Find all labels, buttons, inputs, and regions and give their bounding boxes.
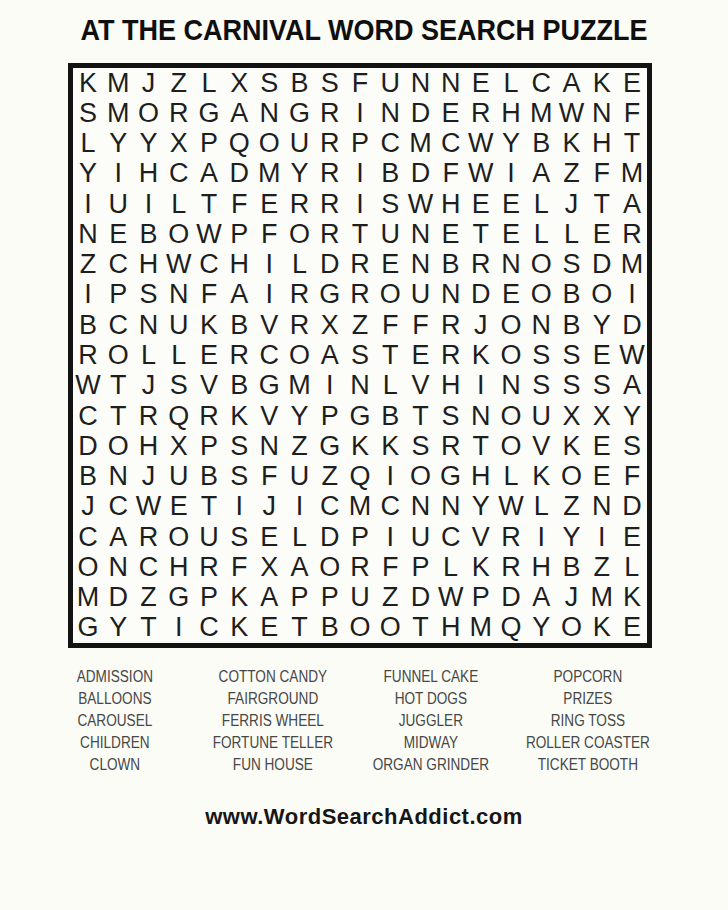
grid-cell: W xyxy=(164,250,194,280)
grid-cell: A xyxy=(315,340,345,370)
grid-cell: B xyxy=(73,310,103,340)
grid-cell: Q xyxy=(224,129,254,159)
grid-cell: Z xyxy=(73,250,103,280)
grid-cell: N xyxy=(254,98,284,128)
grid-cell: Z xyxy=(587,552,617,582)
grid-cell: M xyxy=(405,129,435,159)
grid-cell: H xyxy=(224,250,254,280)
grid-cell: I xyxy=(375,461,405,491)
grid-cell: X xyxy=(556,401,586,431)
grid-cell: F xyxy=(345,68,375,98)
grid-cell: M xyxy=(345,492,375,522)
grid-cell: L xyxy=(164,189,194,219)
grid-cell: W xyxy=(466,159,496,189)
grid-cell: V xyxy=(526,431,556,461)
grid-cell: M xyxy=(103,98,133,128)
grid-cell: T xyxy=(617,129,647,159)
grid-cell: S xyxy=(436,401,466,431)
grid-cell: U xyxy=(164,310,194,340)
grid-cell: M xyxy=(103,68,133,98)
grid-cell: E xyxy=(496,280,526,310)
grid-cell: R xyxy=(496,552,526,582)
grid-cell: L xyxy=(526,219,556,249)
word-item: FERRIS WHEEL xyxy=(206,710,340,732)
grid-cell: K xyxy=(224,401,254,431)
grid-cell: C xyxy=(436,129,466,159)
grid-cell: A xyxy=(284,552,314,582)
grid-cell: I xyxy=(224,492,254,522)
grid-cell: E xyxy=(617,522,647,552)
grid-cell: D xyxy=(466,280,496,310)
grid-cell: K xyxy=(73,68,103,98)
grid-cell: C xyxy=(73,401,103,431)
grid-cell: R xyxy=(466,98,496,128)
grid-cell: I xyxy=(254,280,284,310)
grid-cell: O xyxy=(526,280,556,310)
grid-cell: D xyxy=(315,250,345,280)
word-item: RING TOSS xyxy=(521,710,655,732)
grid-cell: Z xyxy=(375,582,405,612)
grid-cell: O xyxy=(315,552,345,582)
grid-cell: A xyxy=(103,522,133,552)
grid-cell: B xyxy=(556,552,586,582)
grid-cell: N xyxy=(103,552,133,582)
grid-cell: O xyxy=(496,401,526,431)
grid-cell: T xyxy=(587,189,617,219)
grid-cell: A xyxy=(617,189,647,219)
grid-cell: P xyxy=(103,280,133,310)
grid-cell: Z xyxy=(133,582,163,612)
grid-cell: S xyxy=(224,461,254,491)
grid-cell: B xyxy=(73,461,103,491)
grid-cell: D xyxy=(224,159,254,189)
grid-cell: W xyxy=(496,492,526,522)
grid-cell: U xyxy=(345,582,375,612)
grid-cell: S xyxy=(73,98,103,128)
grid-cell: B xyxy=(224,310,254,340)
grid-cell: U xyxy=(284,129,314,159)
grid-cell: P xyxy=(315,401,345,431)
grid-cell: Y xyxy=(496,129,526,159)
grid-cell: O xyxy=(496,340,526,370)
grid-cell: U xyxy=(164,461,194,491)
grid-cell: I xyxy=(587,522,617,552)
grid-cell: C xyxy=(194,250,224,280)
grid-cell: C xyxy=(103,310,133,340)
grid-cell: L xyxy=(284,250,314,280)
word-item: FAIRGROUND xyxy=(206,688,340,710)
grid-cell: W xyxy=(133,492,163,522)
grid-cell: L xyxy=(133,340,163,370)
word-item: ROLLER COASTER xyxy=(521,732,655,754)
grid-cell: R xyxy=(315,219,345,249)
grid-cell: C xyxy=(526,68,556,98)
grid-cell: D xyxy=(496,582,526,612)
grid-cell: E xyxy=(466,68,496,98)
grid-cell: B xyxy=(315,613,345,643)
grid-cell: M xyxy=(73,582,103,612)
grid-cell: D xyxy=(617,492,647,522)
grid-cell: K xyxy=(375,431,405,461)
word-search-grid: KMJZLXSBSFUNNELCAKESMORGANGRINDERHMWNFLY… xyxy=(68,63,652,648)
grid-cell: O xyxy=(587,280,617,310)
grid-cell: A xyxy=(224,280,254,310)
grid-cell: F xyxy=(587,159,617,189)
grid-cell: P xyxy=(194,129,224,159)
grid-cell: U xyxy=(194,522,224,552)
grid-cell: G xyxy=(284,98,314,128)
grid-cell: L xyxy=(375,371,405,401)
grid-cell: R xyxy=(133,401,163,431)
grid-cell: I xyxy=(345,98,375,128)
grid-cell: I xyxy=(103,159,133,189)
grid-cell: N xyxy=(436,492,466,522)
grid-cell: L xyxy=(496,68,526,98)
grid-cell: G xyxy=(73,613,103,643)
grid-cell: L xyxy=(617,552,647,582)
grid-cell: E xyxy=(587,340,617,370)
grid-cell: L xyxy=(436,552,466,582)
grid-cell: I xyxy=(284,492,314,522)
grid-cell: Y xyxy=(133,129,163,159)
grid-cell: P xyxy=(194,431,224,461)
grid-cell: S xyxy=(224,431,254,461)
grid-cell: R xyxy=(345,280,375,310)
grid-cell: Y xyxy=(526,613,556,643)
grid-cell: E xyxy=(405,340,435,370)
grid-cell: D xyxy=(405,98,435,128)
grid-cell: H xyxy=(587,129,617,159)
grid-cell: E xyxy=(587,431,617,461)
grid-cell: N xyxy=(436,68,466,98)
grid-cell: K xyxy=(617,582,647,612)
grid-cell: O xyxy=(345,613,375,643)
grid-cell: J xyxy=(556,582,586,612)
grid-cell: P xyxy=(315,582,345,612)
grid-cell: K xyxy=(556,431,586,461)
word-list: ADMISSIONCOTTON CANDYFUNNEL CAKEPOPCORNB… xyxy=(36,666,667,776)
grid-cell: D xyxy=(103,582,133,612)
grid-cell: Y xyxy=(103,613,133,643)
grid-cell: N xyxy=(164,280,194,310)
grid-cell: T xyxy=(466,431,496,461)
grid-cell: L xyxy=(526,492,556,522)
grid-cell: L xyxy=(496,461,526,491)
grid-cell: T xyxy=(284,613,314,643)
grid-cell: A xyxy=(194,159,224,189)
grid-cell: O xyxy=(556,461,586,491)
grid-cell: D xyxy=(315,522,345,552)
grid-cell: O xyxy=(284,340,314,370)
grid-cell: E xyxy=(496,219,526,249)
grid-cell: U xyxy=(405,280,435,310)
grid-cell: R xyxy=(315,189,345,219)
grid-cell: R xyxy=(617,219,647,249)
grid-cell: B xyxy=(556,310,586,340)
grid-cell: S xyxy=(375,189,405,219)
grid-cell: R xyxy=(466,250,496,280)
grid-cell: T xyxy=(375,340,405,370)
grid-cell: E xyxy=(496,189,526,219)
grid-cell: S xyxy=(556,371,586,401)
grid-cell: R xyxy=(436,310,466,340)
grid-cell: K xyxy=(466,552,496,582)
grid-cell: I xyxy=(315,371,345,401)
grid-cell: C xyxy=(164,159,194,189)
grid-cell: R xyxy=(315,129,345,159)
grid-cell: N xyxy=(496,371,526,401)
grid-cell: I xyxy=(496,159,526,189)
grid-cell: S xyxy=(556,340,586,370)
grid-cell: Z xyxy=(284,431,314,461)
word-item: ADMISSION xyxy=(48,666,182,688)
grid-cell: F xyxy=(254,219,284,249)
grid-cell: I xyxy=(164,613,194,643)
grid-cell: C xyxy=(375,492,405,522)
grid-cell: O xyxy=(375,280,405,310)
grid-cell: C xyxy=(315,492,345,522)
grid-cell: B xyxy=(375,401,405,431)
grid-cell: G xyxy=(254,371,284,401)
grid-cell: E xyxy=(103,219,133,249)
grid-cell: C xyxy=(254,340,284,370)
grid-cell: C xyxy=(103,492,133,522)
grid-cell: N xyxy=(254,431,284,461)
grid-cell: F xyxy=(617,461,647,491)
grid-cell: H xyxy=(436,613,466,643)
grid-cell: U xyxy=(375,219,405,249)
grid-cell: E xyxy=(254,522,284,552)
grid-cell: N xyxy=(496,250,526,280)
word-item: FUN HOUSE xyxy=(206,754,340,776)
grid-cell: B xyxy=(375,159,405,189)
grid-cell: Y xyxy=(617,401,647,431)
grid-cell: E xyxy=(617,613,647,643)
grid-cell: X xyxy=(164,129,194,159)
grid-cell: I xyxy=(345,189,375,219)
grid-cell: T xyxy=(103,401,133,431)
grid-cell: Z xyxy=(345,310,375,340)
grid-cell: M xyxy=(526,98,556,128)
grid-cell: C xyxy=(73,522,103,552)
grid-cell: F xyxy=(254,461,284,491)
grid-cell: S xyxy=(224,522,254,552)
grid-cell: C xyxy=(194,613,224,643)
grid-cell: S xyxy=(405,431,435,461)
grid-cell: R xyxy=(315,159,345,189)
word-item: CAROUSEL xyxy=(48,710,182,732)
grid-cell: P xyxy=(466,582,496,612)
grid-cell: K xyxy=(556,129,586,159)
grid-cell: N xyxy=(587,492,617,522)
grid-cell: E xyxy=(436,219,466,249)
grid-cell: X xyxy=(224,68,254,98)
grid-cell: Q xyxy=(164,401,194,431)
grid-cell: F xyxy=(375,310,405,340)
grid-cell: A xyxy=(526,582,556,612)
grid-cell: T xyxy=(103,371,133,401)
grid-cell: N xyxy=(133,310,163,340)
grid-cell: S xyxy=(556,250,586,280)
grid-cell: J xyxy=(133,461,163,491)
grid-cell: S xyxy=(526,371,556,401)
grid-cell: F xyxy=(194,280,224,310)
grid-cell: N xyxy=(587,98,617,128)
grid-cell: L xyxy=(194,68,224,98)
grid-cell: K xyxy=(194,310,224,340)
grid-cell: S xyxy=(254,68,284,98)
grid-cell: B xyxy=(133,219,163,249)
grid-cell: Z xyxy=(164,68,194,98)
grid-cell: R xyxy=(345,552,375,582)
grid-cell: D xyxy=(587,250,617,280)
grid-cell: W xyxy=(436,582,466,612)
grid-cell: B xyxy=(284,68,314,98)
grid-cell: F xyxy=(224,552,254,582)
grid-cell: M xyxy=(587,582,617,612)
grid-cell: C xyxy=(103,250,133,280)
grid-cell: O xyxy=(103,340,133,370)
grid-cell: N xyxy=(466,401,496,431)
grid-cell: S xyxy=(526,340,556,370)
grid-cell: H xyxy=(526,552,556,582)
grid-cell: Y xyxy=(284,401,314,431)
grid-cell: T xyxy=(345,219,375,249)
grid-cell: B xyxy=(436,250,466,280)
grid-cell: R xyxy=(164,98,194,128)
grid-cell: N xyxy=(405,492,435,522)
grid-cell: O xyxy=(405,461,435,491)
grid-cell: R xyxy=(224,340,254,370)
grid-cell: M xyxy=(617,250,647,280)
word-item: CHILDREN xyxy=(48,732,182,754)
grid-cell: B xyxy=(224,371,254,401)
word-item: FUNNEL CAKE xyxy=(363,666,497,688)
grid-cell: B xyxy=(556,280,586,310)
grid-cell: W xyxy=(194,219,224,249)
grid-cell: D xyxy=(405,582,435,612)
grid-cell: R xyxy=(284,189,314,219)
grid-cell: W xyxy=(617,340,647,370)
grid-cell: G xyxy=(194,98,224,128)
grid-cell: I xyxy=(466,371,496,401)
word-item: POPCORN xyxy=(521,666,655,688)
grid-cell: O xyxy=(164,522,194,552)
grid-cell: D xyxy=(73,431,103,461)
grid-cell: G xyxy=(345,401,375,431)
puzzle-title: AT THE CARNIVAL WORD SEARCH PUZZLE xyxy=(36,12,691,48)
grid-cell: R xyxy=(315,98,345,128)
grid-cell: I xyxy=(375,522,405,552)
grid-cell: R xyxy=(133,522,163,552)
grid-cell: U xyxy=(375,68,405,98)
grid-cell: O xyxy=(375,613,405,643)
grid-cell: K xyxy=(224,582,254,612)
grid-cell: P xyxy=(194,582,224,612)
grid-cell: N xyxy=(436,280,466,310)
grid-cell: P xyxy=(405,552,435,582)
grid-cell: F xyxy=(436,159,466,189)
grid-cell: S xyxy=(315,68,345,98)
grid-cell: T xyxy=(405,401,435,431)
grid-cell: R xyxy=(284,280,314,310)
grid-cell: E xyxy=(466,189,496,219)
grid-cell: E xyxy=(375,250,405,280)
grid-cell: E xyxy=(617,68,647,98)
grid-cell: J xyxy=(254,492,284,522)
grid-cell: C xyxy=(133,552,163,582)
word-item: CLOWN xyxy=(48,754,182,776)
grid-cell: K xyxy=(466,340,496,370)
grid-cell: P xyxy=(345,522,375,552)
grid-cell: U xyxy=(405,522,435,552)
grid-cell: W xyxy=(466,129,496,159)
grid-cell: G xyxy=(436,461,466,491)
grid-cell: P xyxy=(284,582,314,612)
grid-cell: F xyxy=(375,552,405,582)
grid-cell: Y xyxy=(103,129,133,159)
grid-cell: Z xyxy=(315,461,345,491)
grid-cell: J xyxy=(73,492,103,522)
grid-cell: C xyxy=(436,522,466,552)
grid-cell: L xyxy=(164,340,194,370)
grid-cell: T xyxy=(194,189,224,219)
grid-cell: A xyxy=(617,371,647,401)
grid-cell: A xyxy=(526,159,556,189)
grid-cell: L xyxy=(526,189,556,219)
grid-cell: H xyxy=(466,461,496,491)
grid-cell: N xyxy=(405,219,435,249)
grid-cell: E xyxy=(254,189,284,219)
grid-cell: R xyxy=(496,522,526,552)
grid-cell: S xyxy=(164,371,194,401)
grid-cell: H xyxy=(496,98,526,128)
grid-cell: B xyxy=(526,129,556,159)
grid-cell: D xyxy=(617,310,647,340)
grid-cell: U xyxy=(526,401,556,431)
grid-cell: S xyxy=(133,280,163,310)
word-item: JUGGLER xyxy=(363,710,497,732)
grid-cell: R xyxy=(436,431,466,461)
site-url: www.WordSearchAddict.com xyxy=(0,804,728,830)
grid-cell: U xyxy=(284,461,314,491)
grid-cell: N xyxy=(73,219,103,249)
grid-cell: E xyxy=(254,613,284,643)
grid-cell: V xyxy=(194,371,224,401)
grid-cell: L xyxy=(73,129,103,159)
grid-cell: V xyxy=(254,310,284,340)
grid-cell: I xyxy=(73,280,103,310)
grid-cell: O xyxy=(164,219,194,249)
grid-cell: N xyxy=(103,461,133,491)
grid-cell: Z xyxy=(556,159,586,189)
grid-cell: V xyxy=(254,401,284,431)
grid-cell: E xyxy=(164,492,194,522)
grid-cell: O xyxy=(254,129,284,159)
grid-cell: K xyxy=(587,613,617,643)
grid-cell: Y xyxy=(284,159,314,189)
grid-cell: W xyxy=(405,189,435,219)
grid-cell: K xyxy=(587,68,617,98)
grid-cell: N xyxy=(345,371,375,401)
grid-cell: O xyxy=(496,310,526,340)
grid-cell: W xyxy=(556,98,586,128)
grid-cell: J xyxy=(466,310,496,340)
grid-cell: R xyxy=(194,401,224,431)
grid-cell: F xyxy=(405,310,435,340)
grid-cell: G xyxy=(164,582,194,612)
grid-cell: S xyxy=(587,371,617,401)
